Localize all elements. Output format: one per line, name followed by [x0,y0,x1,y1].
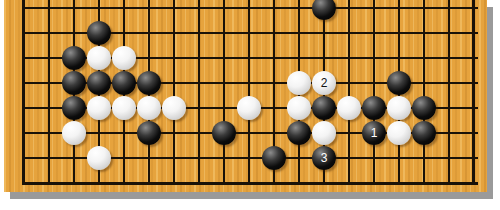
stone-white[interactable] [87,46,111,70]
stone-black[interactable] [412,96,436,120]
stone-white[interactable] [237,96,261,120]
stone-white[interactable] [162,96,186,120]
stone-black[interactable] [112,71,136,95]
grid-line-horizontal [22,7,478,9]
stone-white[interactable] [87,96,111,120]
stone-white[interactable] [337,96,361,120]
stone-black[interactable] [137,71,161,95]
stone-black[interactable]: 3 [312,146,336,170]
move-number-label: 2 [321,77,328,89]
stone-white[interactable] [287,71,311,95]
stone-white[interactable] [112,46,136,70]
stone-black[interactable] [362,96,386,120]
stone-black[interactable] [387,71,411,95]
stone-black[interactable] [262,146,286,170]
go-board[interactable]: 213 [4,0,487,192]
stone-black[interactable] [137,121,161,145]
stone-black[interactable] [62,46,86,70]
stone-white[interactable] [87,146,111,170]
stone-white[interactable] [387,121,411,145]
stone-white[interactable] [62,121,86,145]
stone-white[interactable] [387,96,411,120]
stone-black[interactable] [87,71,111,95]
stone-white[interactable] [312,121,336,145]
stone-black[interactable] [62,96,86,120]
stone-black[interactable] [287,121,311,145]
stone-black[interactable] [412,121,436,145]
stone-black[interactable]: 1 [362,121,386,145]
stone-black[interactable] [312,96,336,120]
stone-white[interactable] [137,96,161,120]
move-number-label: 1 [371,127,378,139]
stone-white[interactable]: 2 [312,71,336,95]
page-background: 213 [0,0,500,210]
board-bottom-edge-line [22,182,478,185]
stone-black[interactable] [62,71,86,95]
stone-black[interactable] [87,21,111,45]
stone-white[interactable] [287,96,311,120]
move-number-label: 3 [321,152,328,164]
stone-black[interactable] [212,121,236,145]
stone-white[interactable] [112,96,136,120]
stone-black[interactable] [312,0,336,20]
